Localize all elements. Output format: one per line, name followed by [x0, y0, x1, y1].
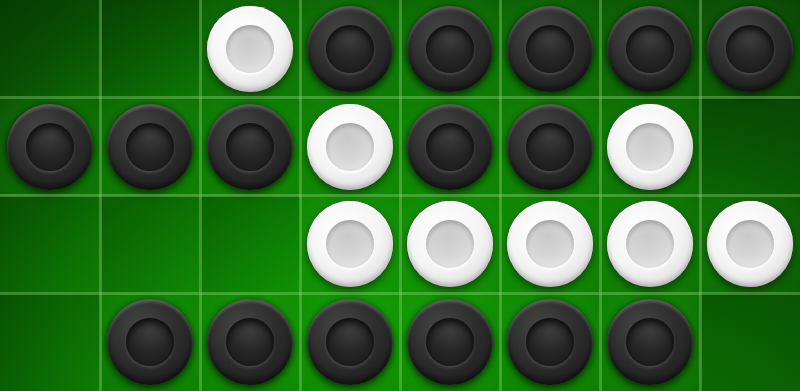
- cell-h2[interactable]: [700, 98, 800, 196]
- black-disc: ●: [607, 6, 693, 92]
- black-disc: ●: [507, 299, 593, 385]
- cell-c3[interactable]: [200, 196, 300, 294]
- black-disc: ●: [707, 6, 793, 92]
- black-disc: ●: [307, 6, 393, 92]
- cell-f1[interactable]: ●: [500, 0, 600, 98]
- cell-e3[interactable]: ○: [400, 196, 500, 294]
- black-disc: ●: [507, 104, 593, 190]
- black-disc: ●: [407, 104, 493, 190]
- cell-e4[interactable]: ●: [400, 293, 500, 391]
- white-disc: ○: [307, 201, 393, 287]
- black-piece-glyph: ●: [407, 6, 493, 92]
- cell-d2[interactable]: ○: [300, 98, 400, 196]
- black-piece-glyph: ●: [307, 299, 393, 385]
- cell-a4[interactable]: [0, 293, 100, 391]
- black-disc: ●: [507, 6, 593, 92]
- black-disc: ●: [607, 299, 693, 385]
- black-disc: ●: [107, 299, 193, 385]
- black-disc: ●: [107, 104, 193, 190]
- black-disc: ●: [407, 6, 493, 92]
- black-piece-glyph: ●: [507, 299, 593, 385]
- black-piece-glyph: ●: [107, 299, 193, 385]
- black-piece-glyph: ●: [107, 104, 193, 190]
- white-piece-glyph: ○: [507, 201, 593, 287]
- cell-g3[interactable]: ○: [600, 196, 700, 294]
- white-piece-glyph: ○: [607, 104, 693, 190]
- white-disc: ○: [307, 104, 393, 190]
- board: ○●●●●●●●●○●●○○○○○○●●●●●●: [0, 0, 800, 391]
- cell-b4[interactable]: ●: [100, 293, 200, 391]
- black-piece-glyph: ●: [407, 299, 493, 385]
- cell-c1[interactable]: ○: [200, 0, 300, 98]
- cell-h3[interactable]: ○: [700, 196, 800, 294]
- white-disc: ○: [207, 6, 293, 92]
- cell-h1[interactable]: ●: [700, 0, 800, 98]
- black-disc: ●: [407, 299, 493, 385]
- cell-e2[interactable]: ●: [400, 98, 500, 196]
- cell-d3[interactable]: ○: [300, 196, 400, 294]
- black-piece-glyph: ●: [607, 299, 693, 385]
- black-piece-glyph: ●: [207, 299, 293, 385]
- black-piece-glyph: ●: [7, 104, 93, 190]
- white-piece-glyph: ○: [407, 201, 493, 287]
- cell-g4[interactable]: ●: [600, 293, 700, 391]
- cell-b2[interactable]: ●: [100, 98, 200, 196]
- cell-a1[interactable]: [0, 0, 100, 98]
- cell-b3[interactable]: [100, 196, 200, 294]
- cell-c4[interactable]: ●: [200, 293, 300, 391]
- cell-f2[interactable]: ●: [500, 98, 600, 196]
- black-piece-glyph: ●: [407, 104, 493, 190]
- cell-a2[interactable]: ●: [0, 98, 100, 196]
- black-disc: ●: [207, 104, 293, 190]
- black-piece-glyph: ●: [507, 6, 593, 92]
- black-piece-glyph: ●: [307, 6, 393, 92]
- cell-h4[interactable]: [700, 293, 800, 391]
- black-disc: ●: [207, 299, 293, 385]
- cell-d1[interactable]: ●: [300, 0, 400, 98]
- white-disc: ○: [507, 201, 593, 287]
- cell-f4[interactable]: ●: [500, 293, 600, 391]
- white-disc: ○: [607, 201, 693, 287]
- cell-c2[interactable]: ●: [200, 98, 300, 196]
- cell-g1[interactable]: ●: [600, 0, 700, 98]
- cell-f3[interactable]: ○: [500, 196, 600, 294]
- cell-g2[interactable]: ○: [600, 98, 700, 196]
- black-disc: ●: [307, 299, 393, 385]
- cell-d4[interactable]: ●: [300, 293, 400, 391]
- white-disc: ○: [407, 201, 493, 287]
- white-piece-glyph: ○: [207, 6, 293, 92]
- white-piece-glyph: ○: [307, 201, 393, 287]
- cell-e1[interactable]: ●: [400, 0, 500, 98]
- white-piece-glyph: ○: [307, 104, 393, 190]
- white-disc: ○: [707, 201, 793, 287]
- black-piece-glyph: ●: [507, 104, 593, 190]
- black-disc: ●: [7, 104, 93, 190]
- white-piece-glyph: ○: [607, 201, 693, 287]
- cell-a3[interactable]: [0, 196, 100, 294]
- white-disc: ○: [607, 104, 693, 190]
- black-piece-glyph: ●: [607, 6, 693, 92]
- black-piece-glyph: ●: [207, 104, 293, 190]
- cell-b1[interactable]: [100, 0, 200, 98]
- black-piece-glyph: ●: [707, 6, 793, 92]
- white-piece-glyph: ○: [707, 201, 793, 287]
